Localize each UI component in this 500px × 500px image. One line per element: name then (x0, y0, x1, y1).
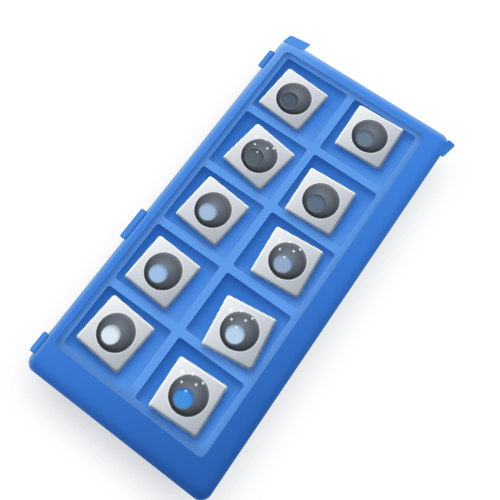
countersink (88, 304, 144, 360)
product-photo-scene (0, 0, 500, 500)
bore-hole (97, 320, 125, 348)
bore-hole (277, 89, 302, 111)
carbide-insert-r5c1 (76, 294, 156, 374)
countersink (295, 177, 346, 226)
tray-grid (53, 50, 426, 459)
countersink (161, 366, 218, 424)
carbide-insert-r2c1 (222, 123, 295, 191)
carbide-insert-r1c1 (258, 68, 329, 131)
carbide-insert-r1c2 (334, 105, 404, 170)
countersink (269, 77, 319, 122)
bore-hole (242, 145, 268, 169)
bore-hole (145, 260, 172, 286)
countersink (213, 305, 266, 359)
carbide-insert-r4c1 (124, 235, 201, 310)
bore-hole (271, 251, 297, 277)
bore-hole (222, 321, 249, 348)
bore-hole (170, 383, 198, 412)
countersink (233, 132, 284, 180)
tray-corner-tab-right (436, 140, 455, 158)
bore-hole (304, 191, 330, 215)
carbide-insert-r4c2 (201, 294, 277, 370)
countersink (262, 236, 314, 287)
insert-tray-wrapper (24, 38, 451, 500)
bore-hole (195, 199, 221, 224)
countersink (345, 114, 394, 160)
insert-tray (24, 38, 451, 500)
carbide-insert-r3c2 (250, 226, 324, 299)
carbide-insert-r5c2 (148, 355, 228, 438)
countersink (136, 245, 190, 298)
tray-corner-tab-top (283, 35, 311, 51)
tray-wall-notch-bottom (29, 331, 50, 354)
carbide-insert-r3c1 (175, 175, 250, 246)
countersink (186, 185, 239, 235)
bore-hole (353, 127, 378, 150)
